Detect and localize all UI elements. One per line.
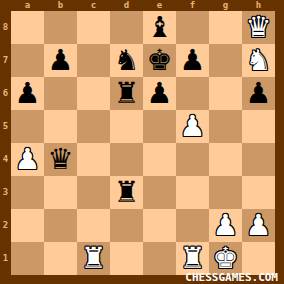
square-d4[interactable]	[110, 143, 143, 176]
white-pawn: ♟	[213, 209, 239, 242]
square-c7[interactable]	[77, 44, 110, 77]
file-label-b: b	[44, 0, 77, 11]
square-g4[interactable]	[209, 143, 242, 176]
file-label-g: g	[209, 0, 242, 11]
white-rook: ♜	[81, 242, 107, 275]
black-queen: ♛	[48, 143, 74, 176]
square-h8[interactable]: ♛	[242, 11, 275, 44]
square-d8[interactable]	[110, 11, 143, 44]
square-g2[interactable]: ♟	[209, 209, 242, 242]
square-f6[interactable]	[176, 77, 209, 110]
square-b2[interactable]	[44, 209, 77, 242]
black-rook: ♜	[114, 176, 140, 209]
square-g8[interactable]	[209, 11, 242, 44]
white-queen: ♛	[246, 11, 272, 44]
file-label-d: d	[110, 0, 143, 11]
square-f5[interactable]: ♟	[176, 110, 209, 143]
square-c6[interactable]	[77, 77, 110, 110]
square-f3[interactable]	[176, 176, 209, 209]
rank-label-3: 3	[0, 176, 11, 209]
square-e5[interactable]	[143, 110, 176, 143]
square-b5[interactable]	[44, 110, 77, 143]
square-f2[interactable]	[176, 209, 209, 242]
square-a8[interactable]	[11, 11, 44, 44]
square-e8[interactable]: ♝	[143, 11, 176, 44]
watermark-text: CHESSGAMES.COM	[185, 273, 278, 284]
square-c1[interactable]: ♜	[77, 242, 110, 275]
rank-label-8: 8	[0, 11, 11, 44]
rank-label-5: 5	[0, 110, 11, 143]
file-label-f: f	[176, 0, 209, 11]
square-a3[interactable]	[11, 176, 44, 209]
square-c5[interactable]	[77, 110, 110, 143]
square-a1[interactable]	[11, 242, 44, 275]
square-h2[interactable]: ♟	[242, 209, 275, 242]
rank-labels: 87654321	[0, 11, 11, 275]
square-c2[interactable]	[77, 209, 110, 242]
square-e3[interactable]	[143, 176, 176, 209]
black-bishop: ♝	[147, 11, 173, 44]
white-pawn: ♟	[15, 143, 41, 176]
square-c8[interactable]	[77, 11, 110, 44]
black-pawn: ♟	[180, 44, 206, 77]
chess-board: ♝♛♟♞♚♟♞♟♜♟♟♟♟♛♜♟♟♜♜♚	[11, 11, 275, 275]
square-a7[interactable]	[11, 44, 44, 77]
white-pawn: ♟	[180, 110, 206, 143]
black-knight: ♞	[114, 44, 140, 77]
square-e2[interactable]	[143, 209, 176, 242]
square-d2[interactable]	[110, 209, 143, 242]
square-d5[interactable]	[110, 110, 143, 143]
black-pawn: ♟	[48, 44, 74, 77]
square-e4[interactable]	[143, 143, 176, 176]
black-pawn: ♟	[246, 77, 272, 110]
black-pawn: ♟	[15, 77, 41, 110]
black-pawn: ♟	[147, 77, 173, 110]
rank-label-2: 2	[0, 209, 11, 242]
square-e1[interactable]	[143, 242, 176, 275]
square-a4[interactable]: ♟	[11, 143, 44, 176]
square-h6[interactable]: ♟	[242, 77, 275, 110]
black-rook: ♜	[114, 77, 140, 110]
square-d3[interactable]: ♜	[110, 176, 143, 209]
white-knight: ♞	[246, 44, 272, 77]
square-e7[interactable]: ♚	[143, 44, 176, 77]
square-h7[interactable]: ♞	[242, 44, 275, 77]
square-f4[interactable]	[176, 143, 209, 176]
chess-board-frame: abcdefgh 87654321 ♝♛♟♞♚♟♞♟♜♟♟♟♟♛♜♟♟♜♜♚ C…	[0, 0, 284, 284]
square-g3[interactable]	[209, 176, 242, 209]
square-e6[interactable]: ♟	[143, 77, 176, 110]
square-f7[interactable]: ♟	[176, 44, 209, 77]
square-a2[interactable]	[11, 209, 44, 242]
square-a6[interactable]: ♟	[11, 77, 44, 110]
square-g5[interactable]	[209, 110, 242, 143]
square-c3[interactable]	[77, 176, 110, 209]
square-b1[interactable]	[44, 242, 77, 275]
file-label-a: a	[11, 0, 44, 11]
rank-label-1: 1	[0, 242, 11, 275]
square-d7[interactable]: ♞	[110, 44, 143, 77]
square-g6[interactable]	[209, 77, 242, 110]
rank-label-6: 6	[0, 77, 11, 110]
square-c4[interactable]	[77, 143, 110, 176]
black-king: ♚	[147, 44, 173, 77]
rank-label-4: 4	[0, 143, 11, 176]
file-label-c: c	[77, 0, 110, 11]
square-h5[interactable]	[242, 110, 275, 143]
file-labels: abcdefgh	[11, 0, 275, 11]
square-b3[interactable]	[44, 176, 77, 209]
square-h4[interactable]	[242, 143, 275, 176]
square-g7[interactable]	[209, 44, 242, 77]
square-b7[interactable]: ♟	[44, 44, 77, 77]
rank-label-7: 7	[0, 44, 11, 77]
square-d1[interactable]	[110, 242, 143, 275]
square-h3[interactable]	[242, 176, 275, 209]
square-f8[interactable]	[176, 11, 209, 44]
square-d6[interactable]: ♜	[110, 77, 143, 110]
square-b6[interactable]	[44, 77, 77, 110]
white-pawn: ♟	[246, 209, 272, 242]
square-a5[interactable]	[11, 110, 44, 143]
square-b4[interactable]: ♛	[44, 143, 77, 176]
square-b8[interactable]	[44, 11, 77, 44]
